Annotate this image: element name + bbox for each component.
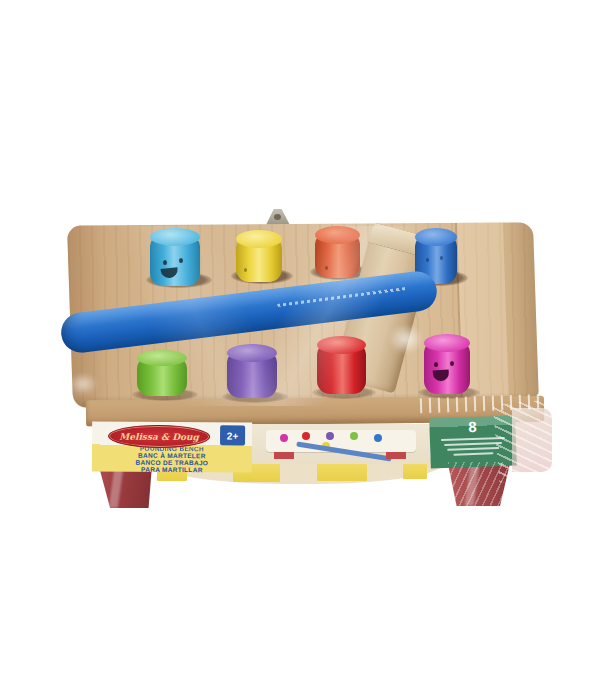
product-photo-stage: Melissa & Doug 2+ POUNDING BENCH BANC À … bbox=[0, 0, 603, 700]
mini-bench-leg bbox=[274, 452, 294, 459]
mini-bench-leg bbox=[386, 452, 406, 459]
peg-cap bbox=[227, 344, 277, 362]
peg-face-eye bbox=[163, 260, 167, 265]
piece-count: 8 bbox=[468, 419, 477, 435]
peg-red bbox=[317, 336, 366, 394]
peg-face-eye bbox=[440, 256, 443, 260]
peg-purple bbox=[227, 344, 277, 398]
fine-print-line bbox=[453, 452, 493, 455]
peg-cap bbox=[424, 334, 470, 352]
hang-tab-hole bbox=[274, 214, 281, 220]
peg-face-eye bbox=[179, 258, 183, 263]
box-front-left-panel: Melissa & Doug 2+ POUNDING BENCH BANC À … bbox=[92, 421, 252, 472]
box-front-middle-panel bbox=[252, 424, 430, 464]
mini-bench-illustration bbox=[266, 430, 416, 452]
mini-hammer bbox=[296, 442, 392, 462]
box-front-right-panel: 8 bbox=[429, 416, 517, 469]
peg-cap bbox=[415, 228, 457, 246]
peg-cyan bbox=[150, 228, 200, 286]
age-badge-text: 2+ bbox=[227, 430, 238, 441]
brand-logo-text: Melissa & Doug bbox=[119, 431, 199, 442]
peg-cap bbox=[150, 228, 200, 246]
handle-print bbox=[277, 287, 406, 307]
peg-face-eye bbox=[434, 362, 438, 367]
peg-face-dot bbox=[244, 268, 247, 272]
mini-peg-red bbox=[302, 432, 310, 440]
peg-cap bbox=[315, 226, 360, 244]
brand-logo: Melissa & Doug bbox=[108, 425, 210, 449]
product-title-block: POUNDING BENCH BANC À MARTELER BANCO DE … bbox=[94, 446, 250, 473]
peg-cap bbox=[137, 350, 187, 366]
peg-yellow bbox=[236, 230, 282, 282]
fine-print-line bbox=[447, 447, 499, 451]
title-line: POUNDING BENCH bbox=[140, 446, 204, 452]
mini-peg-magenta bbox=[280, 434, 288, 442]
peg-face-eye bbox=[450, 361, 454, 366]
peg-cap bbox=[236, 230, 282, 248]
peg-orange bbox=[315, 226, 360, 278]
mini-peg-green bbox=[350, 432, 358, 440]
peg-face-eye bbox=[426, 258, 429, 262]
title-line: PARA MARTILLAR bbox=[94, 465, 250, 473]
peg-face-dot bbox=[325, 266, 328, 270]
fine-print-line bbox=[441, 437, 505, 441]
mini-peg-blue bbox=[374, 434, 382, 442]
peg-cap bbox=[317, 336, 366, 354]
fine-print-line bbox=[444, 442, 502, 446]
title-line-clipped: POUNDING BENCH bbox=[94, 446, 250, 452]
shrink-wrap-edge bbox=[512, 408, 552, 472]
age-badge: 2+ bbox=[220, 425, 245, 445]
peg-magenta bbox=[424, 334, 470, 394]
peg-green bbox=[137, 350, 187, 396]
mini-peg-purple bbox=[326, 432, 334, 440]
bench-right-rim bbox=[507, 222, 539, 404]
